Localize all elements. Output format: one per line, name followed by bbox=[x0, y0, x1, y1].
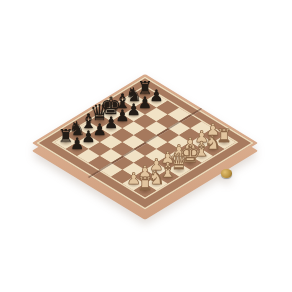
chess-set-scene: ♜♞♝♚♛♝♞♜♟♟♟♟♟♟♟♟♟♟♟♟♟♟♟♟♜♞♝♚♛♝♞♜ bbox=[0, 0, 292, 292]
product-photo: ♜♞♝♚♛♝♞♜♟♟♟♟♟♟♟♟♟♟♟♟♟♟♟♟♜♞♝♚♛♝♞♜ bbox=[0, 0, 292, 292]
white-rook: ♜ bbox=[131, 175, 159, 193]
square-a1: ♜ bbox=[134, 184, 157, 198]
chess-board: ♜♞♝♚♛♝♞♜♟♟♟♟♟♟♟♟♟♟♟♟♟♟♟♟♜♞♝♚♛♝♞♜ bbox=[32, 74, 258, 212]
brass-clasp-icon bbox=[221, 169, 232, 178]
